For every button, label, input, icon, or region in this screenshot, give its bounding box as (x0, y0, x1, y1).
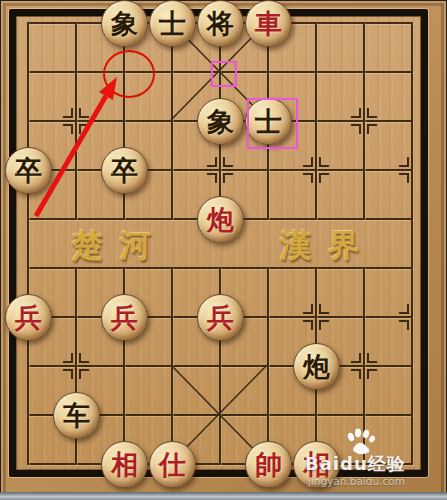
black-elephant[interactable]: 象 (197, 98, 244, 145)
xiangqi-board-screenshot: 楚河 漢界 象士将車象士卒卒炮兵兵兵炮车相仕帥相 Baidu经验 jingyan… (0, 0, 447, 500)
point-marker (62, 107, 90, 135)
river-label-han-jie: 漢界 (280, 225, 376, 267)
red-soldier[interactable]: 兵 (5, 294, 52, 341)
piece-glyph: 士 (159, 10, 186, 37)
black-general[interactable]: 将 (197, 0, 244, 47)
grid-line (267, 267, 269, 465)
grid-line (27, 22, 29, 465)
piece-glyph: 象 (111, 10, 138, 37)
red-soldier[interactable]: 兵 (101, 294, 148, 341)
black-elephant[interactable]: 象 (101, 0, 148, 47)
red-elephant[interactable]: 相 (101, 441, 148, 488)
piece-glyph: 兵 (207, 304, 234, 331)
river-label-chu-he: 楚河 (72, 225, 168, 267)
piece-glyph: 帥 (255, 451, 282, 478)
piece-glyph: 车 (63, 402, 90, 429)
grid-line (411, 22, 413, 465)
point-marker (398, 156, 426, 184)
point-marker (302, 303, 330, 331)
black-cannon[interactable]: 炮 (293, 343, 340, 390)
piece-glyph: 象 (207, 108, 234, 135)
grid-line (171, 267, 173, 465)
piece-glyph: 炮 (207, 206, 234, 233)
red-soldier[interactable]: 兵 (197, 294, 244, 341)
piece-glyph: 卒 (15, 157, 42, 184)
black-chariot[interactable]: 车 (53, 392, 100, 439)
piece-glyph: 兵 (111, 304, 138, 331)
red-elephant[interactable]: 相 (293, 441, 340, 488)
piece-glyph: 炮 (303, 353, 330, 380)
piece-glyph: 卒 (111, 157, 138, 184)
pink-highlight-box (211, 61, 237, 87)
point-marker (350, 352, 378, 380)
piece-glyph: 相 (303, 451, 330, 478)
bottom-gray-strip (0, 492, 447, 500)
point-marker (62, 352, 90, 380)
black-soldier[interactable]: 卒 (5, 147, 52, 194)
piece-glyph: 相 (111, 451, 138, 478)
piece-glyph: 仕 (159, 451, 186, 478)
point-marker (206, 156, 234, 184)
grid-line (315, 22, 317, 220)
black-soldier[interactable]: 卒 (101, 147, 148, 194)
point-marker (302, 156, 330, 184)
red-circle-annotation (103, 50, 155, 98)
grid-line (171, 22, 173, 220)
point-marker (350, 107, 378, 135)
pink-highlight-box (247, 98, 298, 149)
piece-glyph: 兵 (15, 304, 42, 331)
red-general[interactable]: 帥 (245, 441, 292, 488)
point-marker (398, 303, 426, 331)
red-advisor[interactable]: 仕 (149, 441, 196, 488)
piece-glyph: 将 (207, 10, 234, 37)
red-cannon[interactable]: 炮 (197, 196, 244, 243)
black-advisor[interactable]: 士 (149, 0, 196, 47)
piece-glyph: 車 (255, 10, 282, 37)
red-chariot[interactable]: 車 (245, 0, 292, 47)
